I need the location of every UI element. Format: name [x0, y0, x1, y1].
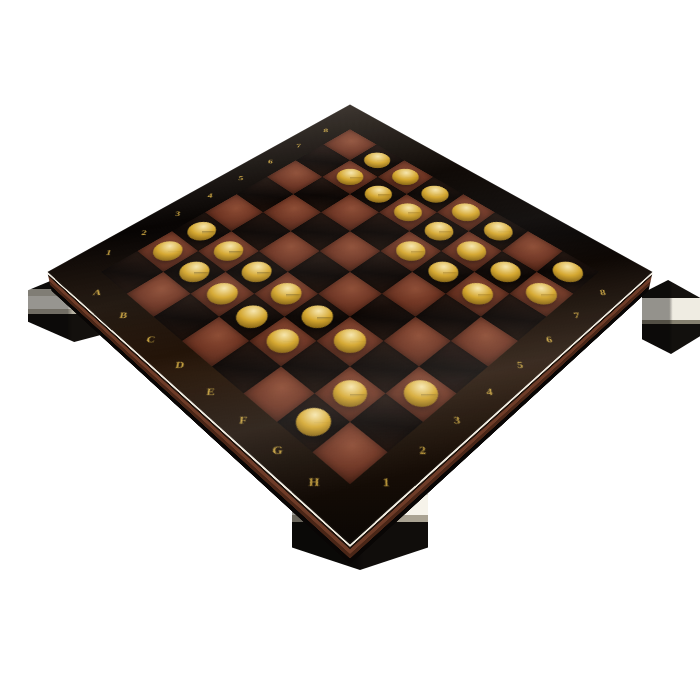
coord-rank-nw-1: 1: [105, 248, 113, 256]
coord-file-E: E: [206, 386, 216, 397]
pawn-glyph: ♟: [402, 355, 441, 398]
pawn-glyph: ♟: [524, 259, 559, 298]
coord-rank-se-1: 1: [382, 475, 389, 488]
coord-rank-nw-8: 8: [323, 127, 328, 133]
pawn-glyph: ♟: [392, 181, 424, 216]
bishop-glyph: ♝: [257, 287, 309, 345]
coord-file-H: H: [308, 475, 319, 488]
coord-rank-nw-6: 6: [268, 158, 273, 164]
pawn-glyph: ♟: [460, 259, 495, 298]
coord-rank-se-2: 2: [419, 444, 426, 456]
coord-file-C: C: [146, 334, 157, 344]
product-photo: ABCDEFGH1234567812345678 ♜♞♝♚♝♜♟♟♟♟♛♞♟♟♟…: [0, 0, 700, 700]
coord-file-F: F: [239, 414, 248, 425]
coord-rank-nw-7: 7: [296, 142, 301, 148]
pawn-glyph: ♟: [335, 147, 365, 181]
knight-glyph: ♞: [322, 283, 378, 346]
rook-glyph: ♜: [284, 361, 343, 427]
coord-file-A: A: [92, 288, 103, 297]
coord-file-B: B: [119, 310, 129, 319]
pawn-glyph: ♟: [426, 238, 460, 276]
chess-board: ABCDEFGH1234567812345678 ♜♞♝♚♝♜♟♟♟♟♛♞♟♟♟…: [47, 105, 652, 545]
scene: ABCDEFGH1234567812345678 ♜♞♝♚♝♜♟♟♟♟♛♞♟♟♟…: [0, 0, 700, 700]
coord-file-G: G: [272, 444, 283, 456]
coord-rank-se-8: 8: [599, 288, 607, 297]
coord-rank-se-4: 4: [485, 386, 493, 397]
coord-rank-se-5: 5: [516, 360, 524, 370]
pawn-glyph: ♟: [363, 163, 394, 198]
coord-rank-nw-5: 5: [238, 175, 244, 182]
coord-rank-se-6: 6: [545, 334, 553, 344]
coord-file-D: D: [175, 360, 186, 370]
coord-rank-se-3: 3: [453, 414, 461, 425]
pawn-glyph: ♟: [394, 218, 427, 255]
coord-rank-se-7: 7: [572, 310, 580, 319]
